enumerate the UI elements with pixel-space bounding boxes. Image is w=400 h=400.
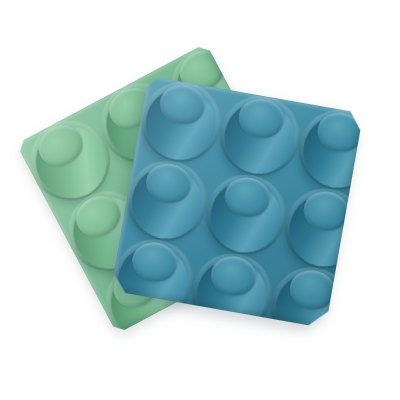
dimple-cell xyxy=(213,90,306,183)
dimple-cell xyxy=(292,104,385,197)
dimple-stud xyxy=(186,247,279,340)
dimple-cell xyxy=(186,247,279,340)
dimple-stud xyxy=(121,155,214,248)
dimple-stud xyxy=(264,261,357,354)
dimple-cell xyxy=(200,168,293,261)
dimple-stud xyxy=(135,76,228,169)
dimple-stud xyxy=(292,104,385,197)
blue-dimple-grid xyxy=(111,76,364,329)
blue-board-surface xyxy=(111,76,364,329)
dimple-stud xyxy=(278,182,371,275)
dimple-cell xyxy=(135,76,228,169)
dimple-cell xyxy=(278,182,371,275)
dimple-stud xyxy=(213,90,306,183)
photo-stage xyxy=(0,0,400,400)
dimple-cell xyxy=(121,155,214,248)
dimple-cell xyxy=(264,261,357,354)
blue-board xyxy=(111,76,364,329)
dimple-stud xyxy=(200,168,293,261)
